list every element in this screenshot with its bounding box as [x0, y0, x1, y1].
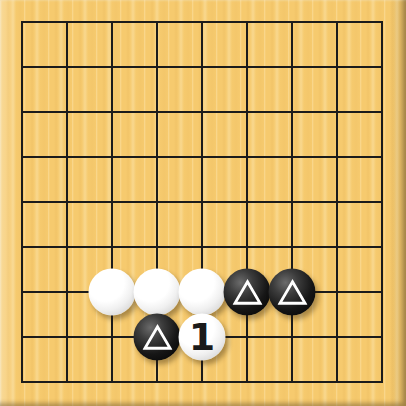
move-number-label: 1	[189, 317, 215, 355]
white-stone	[179, 269, 226, 316]
white-stone	[89, 269, 136, 316]
white-stone-move-1: 1	[179, 314, 226, 361]
black-stone-triangle-marked	[224, 269, 271, 316]
triangle-mark-icon	[277, 278, 307, 306]
white-stone	[134, 269, 181, 316]
grid-line-horizontal	[21, 381, 383, 383]
black-stone-triangle-marked	[134, 314, 181, 361]
grid-line-vertical	[336, 21, 338, 383]
triangle-mark-icon	[142, 323, 172, 351]
grid-line-vertical	[246, 21, 248, 383]
go-board: 1	[0, 0, 406, 406]
grid-line-horizontal	[21, 201, 383, 203]
triangle-mark-icon	[232, 278, 262, 306]
grid-line-vertical	[291, 21, 293, 383]
grid-line-vertical	[381, 21, 383, 383]
black-stone-triangle-marked	[269, 269, 316, 316]
grid-line-horizontal	[21, 246, 383, 248]
